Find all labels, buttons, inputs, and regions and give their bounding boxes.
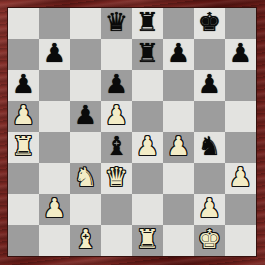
square-e2[interactable] [132, 194, 163, 225]
square-c2[interactable] [70, 194, 101, 225]
square-a5[interactable]: ♟ [8, 101, 39, 132]
white-knight[interactable]: ♞ [74, 162, 97, 193]
square-d8[interactable]: ♛ [101, 8, 132, 39]
square-g2[interactable]: ♟ [194, 194, 225, 225]
square-a8[interactable] [8, 8, 39, 39]
square-c7[interactable] [70, 39, 101, 70]
black-queen[interactable]: ♛ [105, 7, 128, 38]
square-c8[interactable] [70, 8, 101, 39]
square-h3[interactable]: ♟ [225, 163, 256, 194]
black-rook[interactable]: ♜ [136, 7, 159, 38]
white-pawn[interactable]: ♟ [12, 100, 35, 131]
square-e1[interactable]: ♜ [132, 225, 163, 256]
square-b4[interactable] [39, 132, 70, 163]
square-c6[interactable] [70, 70, 101, 101]
square-g7[interactable] [194, 39, 225, 70]
square-f3[interactable] [163, 163, 194, 194]
square-a7[interactable] [8, 39, 39, 70]
black-pawn[interactable]: ♟ [167, 38, 190, 69]
square-f7[interactable]: ♟ [163, 39, 194, 70]
square-e8[interactable]: ♜ [132, 8, 163, 39]
square-d1[interactable] [101, 225, 132, 256]
black-pawn[interactable]: ♟ [74, 100, 97, 131]
square-g6[interactable]: ♟ [194, 70, 225, 101]
square-h1[interactable] [225, 225, 256, 256]
white-king[interactable]: ♚ [198, 224, 221, 255]
square-h4[interactable] [225, 132, 256, 163]
white-pawn[interactable]: ♟ [229, 162, 252, 193]
square-g1[interactable]: ♚ [194, 225, 225, 256]
square-c5[interactable]: ♟ [70, 101, 101, 132]
square-a6[interactable]: ♟ [8, 70, 39, 101]
chess-diagram: ♛♜♚♟♜♟♟♟♟♟♟♟♟♜♝♟♟♞♞♛♟♟♟♝♜♚ [0, 0, 265, 265]
square-h6[interactable] [225, 70, 256, 101]
white-pawn[interactable]: ♟ [198, 193, 221, 224]
square-h5[interactable] [225, 101, 256, 132]
square-f1[interactable] [163, 225, 194, 256]
black-king[interactable]: ♚ [198, 7, 221, 38]
square-b7[interactable]: ♟ [39, 39, 70, 70]
square-e3[interactable] [132, 163, 163, 194]
square-f6[interactable] [163, 70, 194, 101]
square-c3[interactable]: ♞ [70, 163, 101, 194]
white-queen[interactable]: ♛ [105, 162, 128, 193]
square-d2[interactable] [101, 194, 132, 225]
white-rook[interactable]: ♜ [136, 224, 159, 255]
square-a1[interactable] [8, 225, 39, 256]
square-d4[interactable]: ♝ [101, 132, 132, 163]
white-rook[interactable]: ♜ [12, 131, 35, 162]
square-f8[interactable] [163, 8, 194, 39]
square-g3[interactable] [194, 163, 225, 194]
square-a4[interactable]: ♜ [8, 132, 39, 163]
square-g4[interactable]: ♞ [194, 132, 225, 163]
square-e5[interactable] [132, 101, 163, 132]
square-b3[interactable] [39, 163, 70, 194]
square-d7[interactable] [101, 39, 132, 70]
white-bishop[interactable]: ♝ [74, 224, 97, 255]
square-c4[interactable] [70, 132, 101, 163]
black-pawn[interactable]: ♟ [12, 69, 35, 100]
square-h2[interactable] [225, 194, 256, 225]
square-h8[interactable] [225, 8, 256, 39]
black-bishop[interactable]: ♝ [105, 131, 128, 162]
square-g5[interactable] [194, 101, 225, 132]
black-knight[interactable]: ♞ [198, 131, 221, 162]
white-pawn[interactable]: ♟ [136, 131, 159, 162]
square-h7[interactable]: ♟ [225, 39, 256, 70]
square-e7[interactable]: ♜ [132, 39, 163, 70]
square-b5[interactable] [39, 101, 70, 132]
square-f4[interactable]: ♟ [163, 132, 194, 163]
square-c1[interactable]: ♝ [70, 225, 101, 256]
square-f5[interactable] [163, 101, 194, 132]
square-g8[interactable]: ♚ [194, 8, 225, 39]
square-d3[interactable]: ♛ [101, 163, 132, 194]
square-b2[interactable]: ♟ [39, 194, 70, 225]
chess-board: ♛♜♚♟♜♟♟♟♟♟♟♟♟♜♝♟♟♞♞♛♟♟♟♝♜♚ [8, 8, 256, 256]
square-b1[interactable] [39, 225, 70, 256]
black-pawn[interactable]: ♟ [105, 69, 128, 100]
square-a3[interactable] [8, 163, 39, 194]
square-f2[interactable] [163, 194, 194, 225]
white-pawn[interactable]: ♟ [167, 131, 190, 162]
black-pawn[interactable]: ♟ [229, 38, 252, 69]
black-pawn[interactable]: ♟ [43, 38, 66, 69]
square-d6[interactable]: ♟ [101, 70, 132, 101]
white-pawn[interactable]: ♟ [105, 100, 128, 131]
square-b8[interactable] [39, 8, 70, 39]
square-d5[interactable]: ♟ [101, 101, 132, 132]
square-b6[interactable] [39, 70, 70, 101]
square-a2[interactable] [8, 194, 39, 225]
black-pawn[interactable]: ♟ [198, 69, 221, 100]
square-e6[interactable] [132, 70, 163, 101]
white-pawn[interactable]: ♟ [43, 193, 66, 224]
square-e4[interactable]: ♟ [132, 132, 163, 163]
black-rook[interactable]: ♜ [136, 38, 159, 69]
